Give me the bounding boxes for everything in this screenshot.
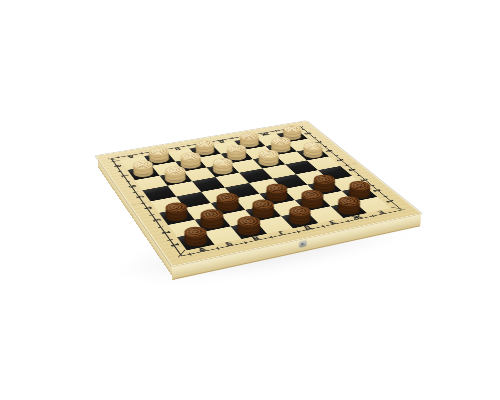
fold-seam-side bbox=[132, 205, 133, 217]
light-checker-a7[interactable] bbox=[127, 166, 159, 180]
dark-checker-g1[interactable] bbox=[330, 202, 367, 218]
dark-checker-a1[interactable] bbox=[177, 232, 214, 251]
light-checker-f6[interactable] bbox=[252, 155, 285, 169]
product-photo-scene: АБВГДЕЖЗ АБВГДЕЖЗ 87654321 87654321 bbox=[0, 0, 500, 400]
dark-checker-c1[interactable] bbox=[230, 221, 267, 239]
dark-checker-a3[interactable] bbox=[159, 208, 194, 225]
light-checker-b6[interactable] bbox=[159, 171, 192, 186]
light-checker-d6[interactable] bbox=[207, 163, 240, 177]
corner-miter-line bbox=[178, 250, 186, 258]
metal-latch-icon bbox=[299, 240, 306, 247]
dark-checker-e1[interactable] bbox=[281, 211, 318, 228]
corner-miter-line bbox=[108, 159, 120, 161]
corner-miter-line bbox=[391, 207, 406, 210]
light-checker-h6[interactable] bbox=[297, 147, 329, 160]
